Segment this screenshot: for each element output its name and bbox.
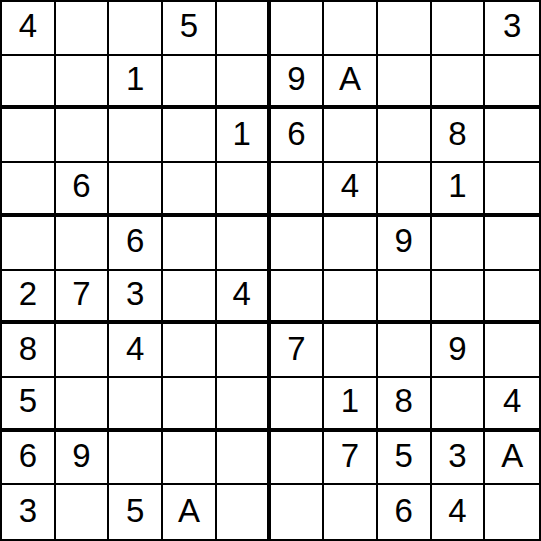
cell-r3c1[interactable] xyxy=(2,109,56,163)
cell-r4c7[interactable]: 4 xyxy=(324,163,378,217)
cell-r10c4[interactable]: A xyxy=(163,485,217,539)
cell-r7c7[interactable] xyxy=(324,324,378,378)
cell-r3c5[interactable]: 1 xyxy=(217,109,271,163)
cell-r2c6[interactable]: 9 xyxy=(271,56,325,110)
cell-r6c3[interactable]: 3 xyxy=(109,271,163,325)
cell-r9c10[interactable]: A xyxy=(485,432,539,486)
cell-r7c3[interactable]: 4 xyxy=(109,324,163,378)
cell-r9c4[interactable] xyxy=(163,432,217,486)
cell-r10c9[interactable]: 4 xyxy=(432,485,486,539)
cell-r4c8[interactable] xyxy=(378,163,432,217)
cell-r2c10[interactable] xyxy=(485,56,539,110)
cell-r1c1[interactable]: 4 xyxy=(2,2,56,56)
cell-r9c1[interactable]: 6 xyxy=(2,432,56,486)
cell-r4c6[interactable] xyxy=(271,163,325,217)
cell-r1c9[interactable] xyxy=(432,2,486,56)
cell-r2c4[interactable] xyxy=(163,56,217,110)
cell-r7c8[interactable] xyxy=(378,324,432,378)
cell-r5c4[interactable] xyxy=(163,217,217,271)
cell-r6c1[interactable]: 2 xyxy=(2,271,56,325)
cell-r10c10[interactable] xyxy=(485,485,539,539)
cell-r4c2[interactable]: 6 xyxy=(56,163,110,217)
cell-r1c6[interactable] xyxy=(271,2,325,56)
cell-r5c10[interactable] xyxy=(485,217,539,271)
cell-r1c5[interactable] xyxy=(217,2,271,56)
cell-r9c7[interactable]: 7 xyxy=(324,432,378,486)
cell-r2c8[interactable] xyxy=(378,56,432,110)
cell-r6c7[interactable] xyxy=(324,271,378,325)
cell-r9c3[interactable] xyxy=(109,432,163,486)
cell-r10c3[interactable]: 5 xyxy=(109,485,163,539)
cell-r2c7[interactable]: A xyxy=(324,56,378,110)
cell-r1c8[interactable] xyxy=(378,2,432,56)
cell-r3c2[interactable] xyxy=(56,109,110,163)
cell-r5c2[interactable] xyxy=(56,217,110,271)
cell-r8c2[interactable] xyxy=(56,378,110,432)
cell-r3c6[interactable]: 6 xyxy=(271,109,325,163)
cell-r10c1[interactable]: 3 xyxy=(2,485,56,539)
cell-r2c9[interactable] xyxy=(432,56,486,110)
cell-r7c2[interactable] xyxy=(56,324,110,378)
sudoku-board: 45319A1686416927348479518469753A35A64 xyxy=(0,0,541,541)
cell-r7c6[interactable]: 7 xyxy=(271,324,325,378)
cell-r7c1[interactable]: 8 xyxy=(2,324,56,378)
cell-r2c2[interactable] xyxy=(56,56,110,110)
cell-r1c4[interactable]: 5 xyxy=(163,2,217,56)
cell-r10c2[interactable] xyxy=(56,485,110,539)
cell-r4c5[interactable] xyxy=(217,163,271,217)
cell-r1c10[interactable]: 3 xyxy=(485,2,539,56)
cell-r3c7[interactable] xyxy=(324,109,378,163)
cell-r10c6[interactable] xyxy=(271,485,325,539)
cell-r10c5[interactable] xyxy=(217,485,271,539)
cell-r3c3[interactable] xyxy=(109,109,163,163)
cell-r4c1[interactable] xyxy=(2,163,56,217)
cell-r1c7[interactable] xyxy=(324,2,378,56)
cell-r4c4[interactable] xyxy=(163,163,217,217)
cell-r3c4[interactable] xyxy=(163,109,217,163)
cell-r2c1[interactable] xyxy=(2,56,56,110)
cell-r6c5[interactable]: 4 xyxy=(217,271,271,325)
cell-r2c5[interactable] xyxy=(217,56,271,110)
cell-r10c7[interactable] xyxy=(324,485,378,539)
cell-r8c10[interactable]: 4 xyxy=(485,378,539,432)
cell-r5c6[interactable] xyxy=(271,217,325,271)
cell-r5c5[interactable] xyxy=(217,217,271,271)
cell-r8c8[interactable]: 8 xyxy=(378,378,432,432)
cell-r5c9[interactable] xyxy=(432,217,486,271)
cell-r6c2[interactable]: 7 xyxy=(56,271,110,325)
cell-r5c7[interactable] xyxy=(324,217,378,271)
cell-r7c9[interactable]: 9 xyxy=(432,324,486,378)
cell-r6c4[interactable] xyxy=(163,271,217,325)
cell-r3c8[interactable] xyxy=(378,109,432,163)
cell-r3c9[interactable]: 8 xyxy=(432,109,486,163)
cell-r8c3[interactable] xyxy=(109,378,163,432)
cell-r5c8[interactable]: 9 xyxy=(378,217,432,271)
cell-r8c5[interactable] xyxy=(217,378,271,432)
cell-r1c3[interactable] xyxy=(109,2,163,56)
cell-r4c10[interactable] xyxy=(485,163,539,217)
cell-r9c2[interactable]: 9 xyxy=(56,432,110,486)
cell-r6c6[interactable] xyxy=(271,271,325,325)
cell-r9c6[interactable] xyxy=(271,432,325,486)
cell-r8c4[interactable] xyxy=(163,378,217,432)
cell-r3c10[interactable] xyxy=(485,109,539,163)
cell-r8c9[interactable] xyxy=(432,378,486,432)
cell-r10c8[interactable]: 6 xyxy=(378,485,432,539)
cell-r2c3[interactable]: 1 xyxy=(109,56,163,110)
cell-r6c10[interactable] xyxy=(485,271,539,325)
cell-r4c3[interactable] xyxy=(109,163,163,217)
cell-r7c5[interactable] xyxy=(217,324,271,378)
cell-r6c9[interactable] xyxy=(432,271,486,325)
cell-r5c3[interactable]: 6 xyxy=(109,217,163,271)
cell-r5c1[interactable] xyxy=(2,217,56,271)
cell-r4c9[interactable]: 1 xyxy=(432,163,486,217)
cell-r7c4[interactable] xyxy=(163,324,217,378)
cell-r8c7[interactable]: 1 xyxy=(324,378,378,432)
cell-r6c8[interactable] xyxy=(378,271,432,325)
cell-r7c10[interactable] xyxy=(485,324,539,378)
cell-r1c2[interactable] xyxy=(56,2,110,56)
cell-r8c6[interactable] xyxy=(271,378,325,432)
cell-r9c9[interactable]: 3 xyxy=(432,432,486,486)
cell-r8c1[interactable]: 5 xyxy=(2,378,56,432)
cell-r9c8[interactable]: 5 xyxy=(378,432,432,486)
cell-r9c5[interactable] xyxy=(217,432,271,486)
